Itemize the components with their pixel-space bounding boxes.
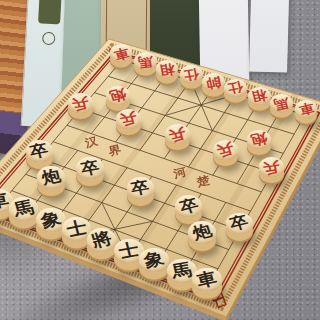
- piece-character: 仕: [183, 67, 200, 82]
- piece-character: 兵: [71, 95, 90, 111]
- piece-character: 馬: [137, 54, 154, 68]
- piece-red-soldier[interactable]: 兵: [213, 140, 238, 160]
- piece-red-soldier[interactable]: 兵: [68, 93, 93, 113]
- piece-character: 車: [195, 269, 219, 290]
- pieces-layer: 車馬相仕帥仕相馬車炮炮兵兵兵兵兵卒卒卒卒卒炮炮車馬象士將士象馬車: [0, 0, 320, 320]
- piece-black-chariot[interactable]: 車: [192, 268, 222, 292]
- piece-character: 象: [142, 249, 166, 270]
- piece-black-general[interactable]: 將: [87, 228, 117, 252]
- piece-red-soldier[interactable]: 兵: [259, 157, 284, 177]
- piece-character: 相: [251, 88, 269, 103]
- piece-red-chariot[interactable]: 車: [295, 100, 318, 118]
- piece-character: 卒: [177, 196, 200, 215]
- piece-character: 卒: [79, 159, 100, 177]
- piece-black-cannon[interactable]: 炮: [37, 166, 65, 189]
- piece-red-horse[interactable]: 馬: [270, 94, 293, 112]
- piece-character: 仕: [227, 80, 245, 95]
- piece-character: 車: [297, 101, 315, 117]
- piece-character: 士: [65, 219, 89, 239]
- piece-black-cannon[interactable]: 炮: [188, 221, 216, 244]
- piece-character: 炮: [191, 223, 214, 243]
- piece-red-general[interactable]: 帥: [202, 73, 225, 91]
- piece-black-soldier[interactable]: 卒: [175, 195, 202, 217]
- piece-character: 象: [39, 210, 64, 231]
- piece-black-soldier[interactable]: 卒: [127, 177, 154, 199]
- piece-character: 兵: [119, 110, 139, 127]
- piece-character: 馬: [170, 261, 193, 281]
- piece-red-elephant[interactable]: 相: [248, 87, 271, 105]
- piece-character: 卒: [228, 214, 250, 233]
- piece-character: 卒: [130, 179, 151, 197]
- piece-character: 卒: [28, 141, 50, 160]
- piece-black-soldier[interactable]: 卒: [76, 157, 103, 179]
- piece-black-horse[interactable]: 馬: [9, 197, 39, 221]
- piece-character: 相: [159, 62, 176, 77]
- piece-black-soldier[interactable]: 卒: [26, 140, 53, 162]
- piece-red-advisor[interactable]: 仕: [224, 79, 247, 97]
- piece-red-cannon[interactable]: 炮: [247, 130, 271, 149]
- piece-red-chariot[interactable]: 車: [110, 44, 133, 62]
- piece-red-advisor[interactable]: 仕: [180, 65, 203, 83]
- piece-red-soldier[interactable]: 兵: [116, 109, 141, 129]
- piece-red-elephant[interactable]: 相: [156, 60, 179, 78]
- piece-character: 兵: [262, 159, 281, 175]
- piece-character: 炮: [108, 87, 128, 104]
- piece-character: 炮: [40, 168, 62, 187]
- piece-character: 馬: [12, 199, 36, 220]
- piece-black-soldier[interactable]: 卒: [226, 213, 253, 235]
- piece-red-horse[interactable]: 馬: [134, 52, 157, 70]
- piece-character: 炮: [249, 131, 268, 148]
- piece-character: 兵: [167, 125, 187, 142]
- piece-character: 將: [89, 230, 113, 251]
- piece-red-cannon[interactable]: 炮: [106, 86, 130, 105]
- piece-character: 士: [117, 241, 140, 261]
- piece-red-soldier[interactable]: 兵: [165, 124, 190, 144]
- piece-black-elephant[interactable]: 象: [139, 248, 169, 272]
- piece-character: 兵: [215, 141, 235, 159]
- product-photo: LE L The Count of Monte Cristo TH 汉界河楚 車…: [0, 0, 320, 320]
- piece-character: 馬: [273, 96, 291, 112]
- piece-character: 帥: [205, 75, 222, 90]
- piece-character: 車: [112, 45, 130, 61]
